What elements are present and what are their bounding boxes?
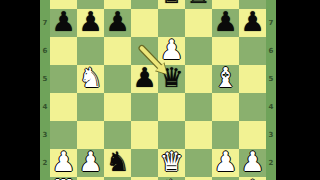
white-pawn[interactable]: ♟	[213, 148, 237, 176]
square-f8[interactable]: ♜	[185, 0, 212, 9]
rank-label-left-3: 3	[40, 131, 50, 139]
black-pawn[interactable]: ♟	[213, 8, 237, 36]
square-b1[interactable]	[77, 177, 104, 180]
rank-label-right-7: 7	[266, 19, 276, 27]
square-g2[interactable]: ♟	[212, 149, 239, 177]
square-e8[interactable]: ♚	[158, 0, 185, 9]
square-h3[interactable]	[239, 121, 266, 149]
white-bishop[interactable]: ♝	[213, 64, 237, 92]
rank-label-right-3: 3	[266, 131, 276, 139]
black-pawn[interactable]: ♟	[51, 8, 75, 36]
square-h4[interactable]	[239, 93, 266, 121]
square-a4[interactable]	[50, 93, 77, 121]
square-g4[interactable]	[212, 93, 239, 121]
black-pawn[interactable]: ♟	[240, 8, 264, 36]
square-d1[interactable]	[131, 177, 158, 180]
rank-label-right-5: 5	[266, 75, 276, 83]
square-d7[interactable]	[131, 9, 158, 37]
square-a1[interactable]: ♜	[50, 177, 77, 180]
square-b5[interactable]: ♞	[77, 65, 104, 93]
rank-label-left-5: 5	[40, 75, 50, 83]
square-h5[interactable]	[239, 65, 266, 93]
square-g1[interactable]	[212, 177, 239, 180]
square-a3[interactable]	[50, 121, 77, 149]
square-d3[interactable]	[131, 121, 158, 149]
white-king[interactable]: ♚	[240, 176, 264, 180]
black-pawn[interactable]: ♟	[78, 8, 102, 36]
square-e4[interactable]	[158, 93, 185, 121]
white-pawn[interactable]: ♟	[159, 36, 183, 64]
letterbox-right	[278, 0, 320, 180]
black-queen[interactable]: ♛	[159, 64, 183, 92]
square-f7[interactable]	[185, 9, 212, 37]
rank-label-right-2: 2	[266, 159, 276, 167]
black-knight[interactable]: ♞	[105, 148, 129, 176]
square-d4[interactable]	[131, 93, 158, 121]
rank-label-right-4: 4	[266, 103, 276, 111]
square-e2[interactable]: ♛	[158, 149, 185, 177]
square-d6[interactable]	[131, 37, 158, 65]
square-f2[interactable]	[185, 149, 212, 177]
square-b3[interactable]	[77, 121, 104, 149]
white-pawn[interactable]: ♟	[240, 148, 264, 176]
square-c3[interactable]	[104, 121, 131, 149]
square-e1[interactable]: ♞	[158, 177, 185, 180]
rank-label-left-6: 6	[40, 47, 50, 55]
square-c5[interactable]	[104, 65, 131, 93]
square-h1[interactable]: ♚	[239, 177, 266, 180]
square-f1[interactable]	[185, 177, 212, 180]
square-g7[interactable]: ♟	[212, 9, 239, 37]
white-queen[interactable]: ♛	[159, 148, 183, 176]
square-c2[interactable]: ♞	[104, 149, 131, 177]
square-f3[interactable]	[185, 121, 212, 149]
square-e6[interactable]: ♟	[158, 37, 185, 65]
square-g3[interactable]	[212, 121, 239, 149]
square-h7[interactable]: ♟	[239, 9, 266, 37]
square-h2[interactable]: ♟	[239, 149, 266, 177]
square-b7[interactable]: ♟	[77, 9, 104, 37]
board-grid: ♚♜♟♟♟♟♟♟♞♟♛♝♟♟♞♛♟♟♜♞♚	[50, 0, 266, 180]
square-b2[interactable]: ♟	[77, 149, 104, 177]
square-e3[interactable]	[158, 121, 185, 149]
square-a5[interactable]	[50, 65, 77, 93]
square-f5[interactable]	[185, 65, 212, 93]
rank-label-left-7: 7	[40, 19, 50, 27]
square-c4[interactable]	[104, 93, 131, 121]
square-h6[interactable]	[239, 37, 266, 65]
square-a2[interactable]: ♟	[50, 149, 77, 177]
square-g5[interactable]: ♝	[212, 65, 239, 93]
square-d2[interactable]	[131, 149, 158, 177]
square-f4[interactable]	[185, 93, 212, 121]
square-c6[interactable]	[104, 37, 131, 65]
rank-label-left-2: 2	[40, 159, 50, 167]
chess-board: ♚♜♟♟♟♟♟♟♞♟♛♝♟♟♞♛♟♟♜♞♚ 8877665544332211	[40, 0, 276, 180]
white-knight[interactable]: ♞	[78, 64, 102, 92]
white-pawn[interactable]: ♟	[51, 148, 75, 176]
square-d8[interactable]	[131, 0, 158, 9]
square-a6[interactable]	[50, 37, 77, 65]
square-e5[interactable]: ♛	[158, 65, 185, 93]
black-rook[interactable]: ♜	[186, 0, 210, 8]
rank-label-right-6: 6	[266, 47, 276, 55]
square-a7[interactable]: ♟	[50, 9, 77, 37]
white-knight[interactable]: ♞	[159, 176, 183, 180]
square-b4[interactable]	[77, 93, 104, 121]
square-c1[interactable]	[104, 177, 131, 180]
white-pawn[interactable]: ♟	[78, 148, 102, 176]
video-frame: { "game": "chess", "position": { "fen": …	[0, 0, 320, 180]
rank-label-left-4: 4	[40, 103, 50, 111]
black-pawn[interactable]: ♟	[105, 8, 129, 36]
letterbox-left	[0, 0, 40, 180]
square-d5[interactable]: ♟	[131, 65, 158, 93]
square-b6[interactable]	[77, 37, 104, 65]
square-e7[interactable]	[158, 9, 185, 37]
square-g6[interactable]	[212, 37, 239, 65]
black-pawn[interactable]: ♟	[132, 64, 156, 92]
black-king[interactable]: ♚	[159, 0, 183, 8]
square-c7[interactable]: ♟	[104, 9, 131, 37]
white-rook[interactable]: ♜	[51, 176, 75, 180]
square-f6[interactable]	[185, 37, 212, 65]
